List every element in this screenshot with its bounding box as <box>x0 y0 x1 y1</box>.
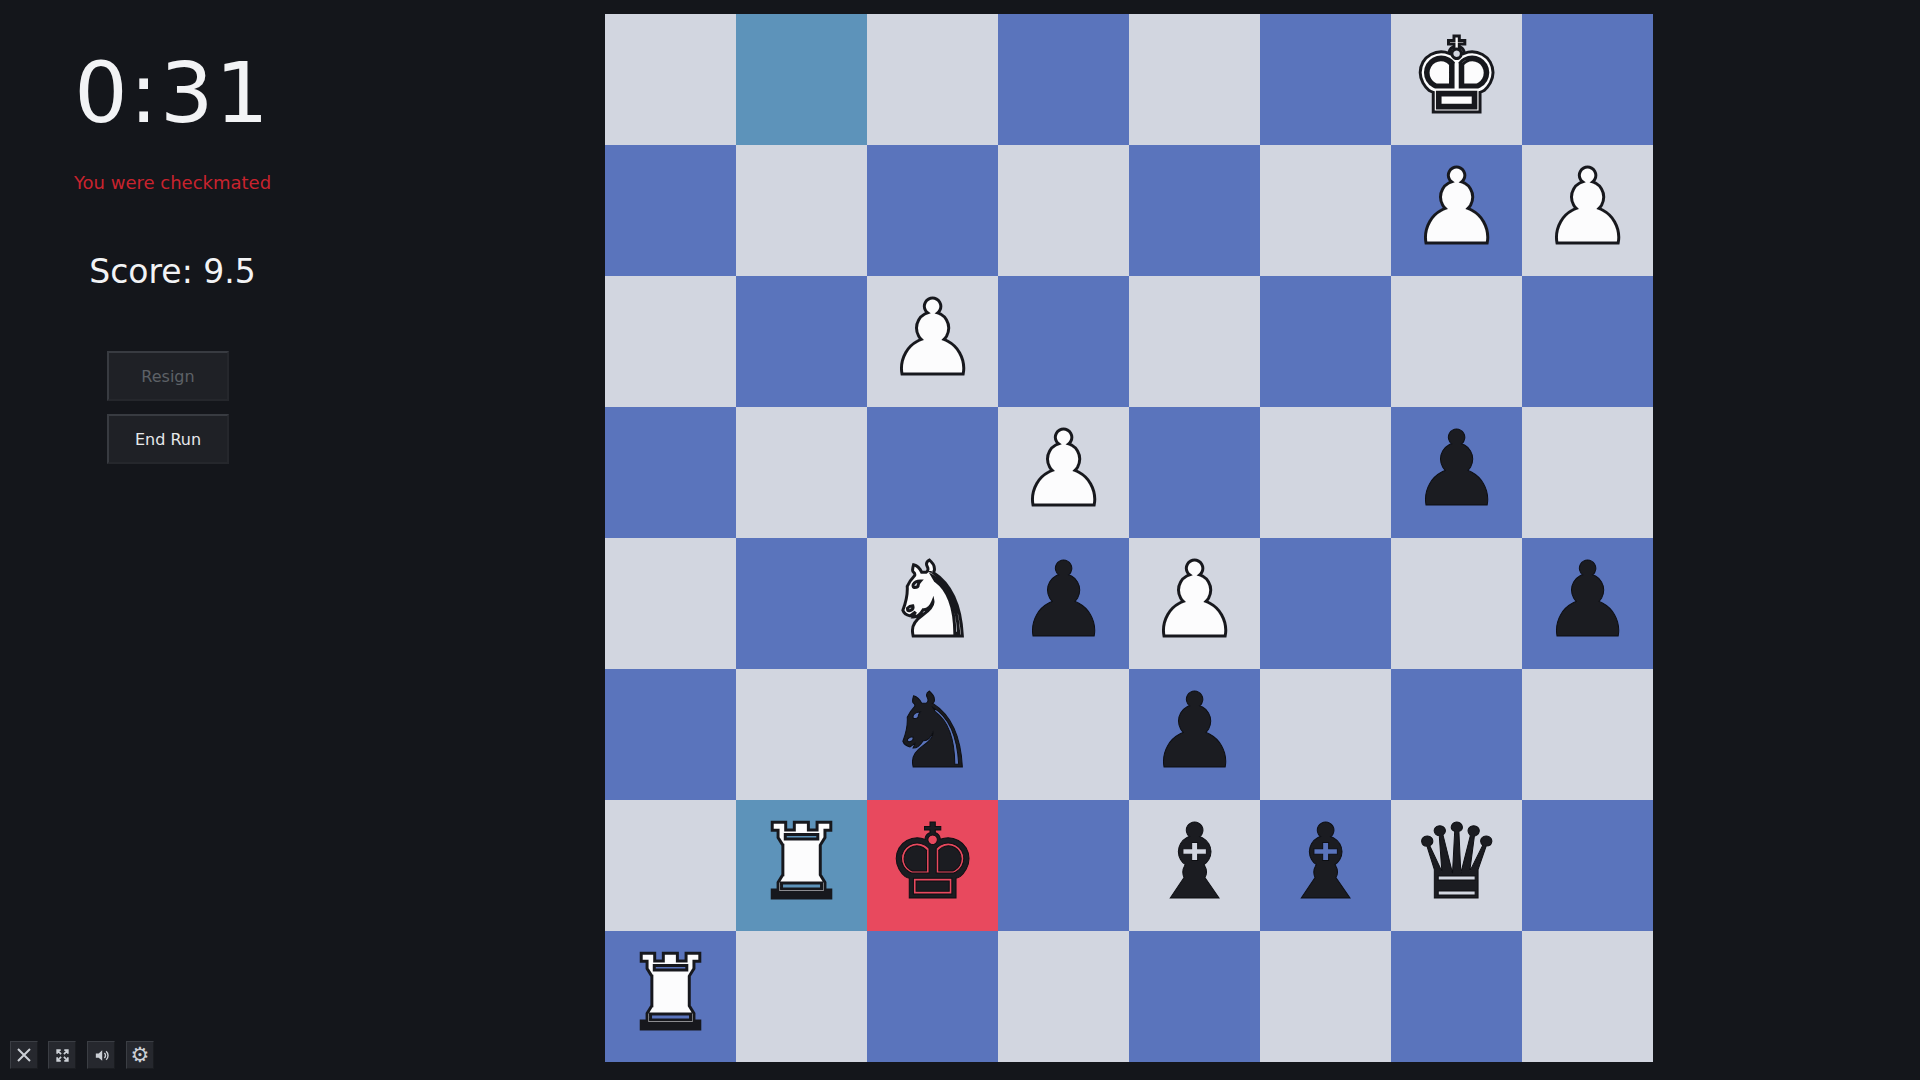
piece-white-pawn[interactable]: ♟ <box>1017 417 1110 521</box>
square-b4[interactable] <box>736 538 867 669</box>
chess-board: ♚♟♟♟♟♟♞♟♟♟♞♟♜♚♝♝♛♜ <box>605 14 1653 1062</box>
square-e2[interactable]: ♝ <box>1129 800 1260 931</box>
square-e4[interactable]: ♟ <box>1129 538 1260 669</box>
square-e6[interactable] <box>1129 276 1260 407</box>
square-b7[interactable] <box>736 145 867 276</box>
square-a3[interactable] <box>605 669 736 800</box>
square-h6[interactable] <box>1522 276 1653 407</box>
square-e5[interactable] <box>1129 407 1260 538</box>
square-b5[interactable] <box>736 407 867 538</box>
settings-icon: ⚙ <box>131 1045 150 1066</box>
square-c2[interactable]: ♚ <box>867 800 998 931</box>
piece-black-pawn[interactable]: ♟ <box>1017 548 1110 652</box>
square-f7[interactable] <box>1260 145 1391 276</box>
sidebar: 0:31 You were checkmated Score: 9.5 Resi… <box>0 0 345 1080</box>
piece-white-rook[interactable]: ♜ <box>624 941 717 1045</box>
square-c5[interactable] <box>867 407 998 538</box>
square-c4[interactable]: ♞ <box>867 538 998 669</box>
sound-button[interactable] <box>87 1041 115 1069</box>
close-icon <box>16 1047 32 1063</box>
piece-black-pawn[interactable]: ♟ <box>1541 548 1634 652</box>
square-a7[interactable] <box>605 145 736 276</box>
square-h7[interactable]: ♟ <box>1522 145 1653 276</box>
square-b6[interactable] <box>736 276 867 407</box>
square-c3[interactable]: ♞ <box>867 669 998 800</box>
square-e8[interactable] <box>1129 14 1260 145</box>
square-c8[interactable] <box>867 14 998 145</box>
square-g3[interactable] <box>1391 669 1522 800</box>
settings-button[interactable]: ⚙ <box>126 1041 154 1069</box>
square-g2[interactable]: ♛ <box>1391 800 1522 931</box>
piece-black-bishop[interactable]: ♝ <box>1148 810 1241 914</box>
piece-black-pawn[interactable]: ♟ <box>1410 417 1503 521</box>
end-run-button[interactable]: End Run <box>107 414 229 464</box>
square-h1[interactable] <box>1522 931 1653 1062</box>
square-f2[interactable]: ♝ <box>1260 800 1391 931</box>
square-g7[interactable]: ♟ <box>1391 145 1522 276</box>
square-h3[interactable] <box>1522 669 1653 800</box>
score-label: Score: 9.5 <box>0 252 345 291</box>
piece-white-knight[interactable]: ♞ <box>886 548 979 652</box>
square-c1[interactable] <box>867 931 998 1062</box>
square-h5[interactable] <box>1522 407 1653 538</box>
square-c6[interactable]: ♟ <box>867 276 998 407</box>
fullscreen-icon <box>54 1047 71 1064</box>
piece-white-pawn[interactable]: ♟ <box>1148 548 1241 652</box>
square-h2[interactable] <box>1522 800 1653 931</box>
square-a6[interactable] <box>605 276 736 407</box>
piece-black-queen[interactable]: ♛ <box>1410 810 1503 914</box>
resign-button[interactable]: Resign <box>107 351 229 401</box>
square-d1[interactable] <box>998 931 1129 1062</box>
piece-white-king[interactable]: ♚ <box>1410 24 1503 128</box>
square-f6[interactable] <box>1260 276 1391 407</box>
square-d6[interactable] <box>998 276 1129 407</box>
sound-icon <box>93 1047 110 1064</box>
square-f1[interactable] <box>1260 931 1391 1062</box>
square-h4[interactable]: ♟ <box>1522 538 1653 669</box>
square-a8[interactable] <box>605 14 736 145</box>
piece-white-pawn[interactable]: ♟ <box>1410 155 1503 259</box>
square-f8[interactable] <box>1260 14 1391 145</box>
square-a5[interactable] <box>605 407 736 538</box>
square-h8[interactable] <box>1522 14 1653 145</box>
square-c7[interactable] <box>867 145 998 276</box>
square-d3[interactable] <box>998 669 1129 800</box>
square-e7[interactable] <box>1129 145 1260 276</box>
square-d8[interactable] <box>998 14 1129 145</box>
game-timer: 0:31 <box>0 44 345 142</box>
square-f5[interactable] <box>1260 407 1391 538</box>
square-d2[interactable] <box>998 800 1129 931</box>
square-d5[interactable]: ♟ <box>998 407 1129 538</box>
piece-black-pawn[interactable]: ♟ <box>1148 679 1241 783</box>
square-b3[interactable] <box>736 669 867 800</box>
square-g4[interactable] <box>1391 538 1522 669</box>
piece-white-rook[interactable]: ♜ <box>755 810 848 914</box>
square-g6[interactable] <box>1391 276 1522 407</box>
piece-white-pawn[interactable]: ♟ <box>1541 155 1634 259</box>
status-message: You were checkmated <box>0 172 345 193</box>
square-f4[interactable] <box>1260 538 1391 669</box>
square-e3[interactable]: ♟ <box>1129 669 1260 800</box>
square-a2[interactable] <box>605 800 736 931</box>
square-b8[interactable] <box>736 14 867 145</box>
square-g5[interactable]: ♟ <box>1391 407 1522 538</box>
square-g8[interactable]: ♚ <box>1391 14 1522 145</box>
square-b1[interactable] <box>736 931 867 1062</box>
piece-white-pawn[interactable]: ♟ <box>886 286 979 390</box>
piece-black-bishop[interactable]: ♝ <box>1279 810 1372 914</box>
square-g1[interactable] <box>1391 931 1522 1062</box>
square-e1[interactable] <box>1129 931 1260 1062</box>
square-f3[interactable] <box>1260 669 1391 800</box>
square-d4[interactable]: ♟ <box>998 538 1129 669</box>
piece-black-knight[interactable]: ♞ <box>886 679 979 783</box>
square-a4[interactable] <box>605 538 736 669</box>
square-d7[interactable] <box>998 145 1129 276</box>
square-b2[interactable]: ♜ <box>736 800 867 931</box>
fullscreen-button[interactable] <box>48 1041 76 1069</box>
close-button[interactable] <box>10 1041 38 1069</box>
square-a1[interactable]: ♜ <box>605 931 736 1062</box>
piece-black-king[interactable]: ♚ <box>886 810 979 914</box>
